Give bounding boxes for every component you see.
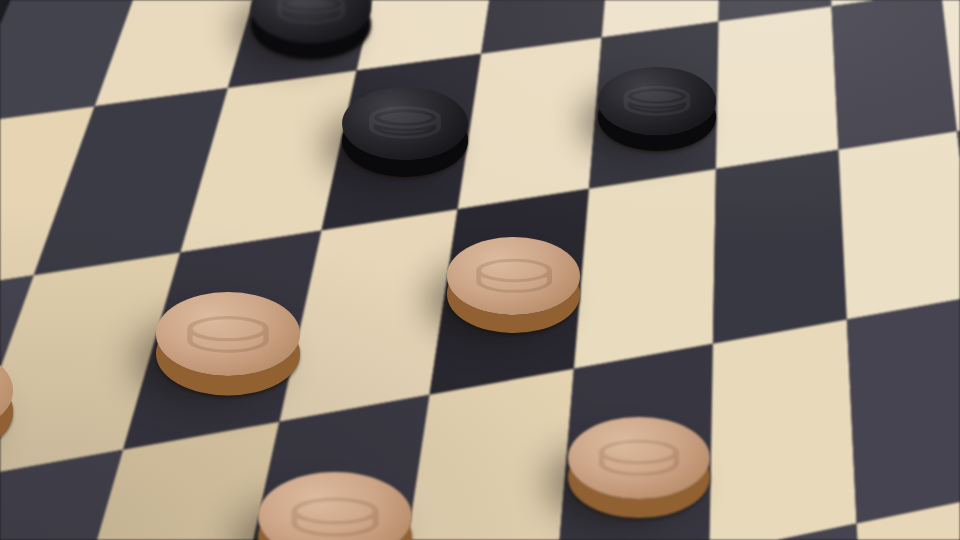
checkers-photo-scene: ⛂⛂⛂⛀⛀⛀⛀⛀ Checkers (Draughts) xyxy=(0,0,960,540)
draughts-man-glyph: ⛀ xyxy=(287,476,383,540)
square-c6-r3[interactable] xyxy=(716,6,839,169)
square-c7-r4[interactable] xyxy=(839,131,960,319)
square-c6-r5[interactable] xyxy=(709,320,856,540)
draughts-man-glyph: ⛂ xyxy=(620,70,694,125)
square-c5-r4[interactable] xyxy=(574,169,716,369)
draughts-man-glyph: ⛀ xyxy=(183,296,274,363)
square-c6-r4[interactable] xyxy=(713,150,847,344)
light-piece[interactable]: ⛀ xyxy=(447,237,581,314)
dark-piece[interactable]: ⛂ xyxy=(342,87,468,160)
light-piece[interactable]: ⛀ xyxy=(568,417,710,499)
draughts-man-glyph: ⛀ xyxy=(595,421,684,487)
draughts-man-glyph: ⛂ xyxy=(366,90,446,149)
light-piece[interactable]: ⛀ xyxy=(156,292,300,376)
square-c7-r5[interactable] xyxy=(847,296,960,523)
dark-piece[interactable]: ⛂ xyxy=(598,67,716,135)
square-c7-r3[interactable] xyxy=(832,0,958,150)
draughts-man-glyph: ⛂ xyxy=(273,0,348,32)
draughts-man-glyph: ⛀ xyxy=(472,241,556,303)
